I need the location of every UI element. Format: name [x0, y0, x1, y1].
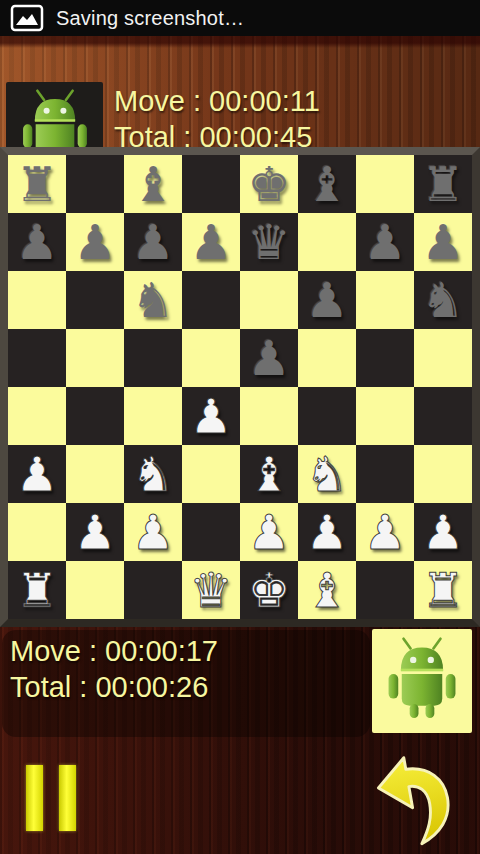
- square-d4[interactable]: ♟: [182, 387, 240, 445]
- piece-white-pawn: ♟: [15, 445, 58, 503]
- square-f7[interactable]: [298, 213, 356, 271]
- square-c3[interactable]: ♞: [124, 445, 182, 503]
- square-e5[interactable]: ♟: [240, 329, 298, 387]
- android-robot-icon: [378, 636, 466, 726]
- square-e3[interactable]: ♝: [240, 445, 298, 503]
- piece-black-knight: ♞: [131, 271, 174, 329]
- square-e6[interactable]: [240, 271, 298, 329]
- square-a6[interactable]: [8, 271, 66, 329]
- undo-arrow-icon: [378, 751, 458, 847]
- square-d1[interactable]: ♛: [182, 561, 240, 619]
- piece-white-pawn: ♟: [421, 503, 464, 561]
- square-g8[interactable]: [356, 155, 414, 213]
- chess-app-screen: Saving screenshot…: [0, 0, 480, 854]
- square-b4[interactable]: [66, 387, 124, 445]
- piece-white-pawn: ♟: [189, 387, 232, 445]
- pause-icon: [26, 765, 43, 831]
- square-f2[interactable]: ♟: [298, 503, 356, 561]
- black-move-timer: Move : 00:00:11: [114, 83, 320, 119]
- piece-black-king: ♚: [247, 155, 290, 213]
- square-g3[interactable]: [356, 445, 414, 503]
- piece-white-queen: ♛: [189, 561, 232, 619]
- square-e1[interactable]: ♚: [240, 561, 298, 619]
- piece-black-knight: ♞: [421, 271, 464, 329]
- piece-white-knight: ♞: [305, 445, 348, 503]
- piece-black-rook: ♜: [421, 155, 464, 213]
- piece-white-rook: ♜: [421, 561, 464, 619]
- white-total-timer: Total : 00:00:26: [10, 669, 218, 705]
- piece-black-pawn: ♟: [131, 213, 174, 271]
- piece-white-bishop: ♝: [247, 445, 290, 503]
- square-d6[interactable]: [182, 271, 240, 329]
- square-c6[interactable]: ♞: [124, 271, 182, 329]
- square-g6[interactable]: [356, 271, 414, 329]
- white-player-avatar-tile: [372, 629, 472, 733]
- piece-white-pawn: ♟: [305, 503, 348, 561]
- undo-button[interactable]: [378, 750, 458, 848]
- piece-black-pawn: ♟: [363, 213, 406, 271]
- square-b8[interactable]: [66, 155, 124, 213]
- pause-icon: [59, 765, 76, 831]
- square-e7[interactable]: ♛: [240, 213, 298, 271]
- white-player-panel: Move : 00:00:17 Total : 00:00:26: [0, 627, 480, 742]
- square-c5[interactable]: [124, 329, 182, 387]
- square-b5[interactable]: [66, 329, 124, 387]
- black-player-panel: Move : 00:00:11 Total : 00:00:45: [0, 36, 480, 147]
- square-d7[interactable]: ♟: [182, 213, 240, 271]
- square-a4[interactable]: [8, 387, 66, 445]
- status-bar-text: Saving screenshot…: [56, 7, 244, 30]
- square-f1[interactable]: ♝: [298, 561, 356, 619]
- square-a1[interactable]: ♜: [8, 561, 66, 619]
- square-g5[interactable]: [356, 329, 414, 387]
- piece-black-bishop: ♝: [305, 155, 348, 213]
- square-a7[interactable]: ♟: [8, 213, 66, 271]
- square-f4[interactable]: [298, 387, 356, 445]
- square-b3[interactable]: [66, 445, 124, 503]
- square-a3[interactable]: ♟: [8, 445, 66, 503]
- square-g7[interactable]: ♟: [356, 213, 414, 271]
- square-g4[interactable]: [356, 387, 414, 445]
- piece-black-pawn: ♟: [305, 271, 348, 329]
- piece-white-knight: ♞: [131, 445, 174, 503]
- square-f8[interactable]: ♝: [298, 155, 356, 213]
- square-e2[interactable]: ♟: [240, 503, 298, 561]
- square-c4[interactable]: [124, 387, 182, 445]
- piece-black-pawn: ♟: [247, 329, 290, 387]
- piece-black-pawn: ♟: [73, 213, 116, 271]
- square-h1[interactable]: ♜: [414, 561, 472, 619]
- piece-black-rook: ♜: [15, 155, 58, 213]
- pause-button[interactable]: [26, 765, 78, 831]
- square-h6[interactable]: ♞: [414, 271, 472, 329]
- square-h2[interactable]: ♟: [414, 503, 472, 561]
- piece-black-queen: ♛: [247, 213, 290, 271]
- piece-white-rook: ♜: [15, 561, 58, 619]
- square-g1[interactable]: [356, 561, 414, 619]
- square-f6[interactable]: ♟: [298, 271, 356, 329]
- square-h3[interactable]: [414, 445, 472, 503]
- square-c2[interactable]: ♟: [124, 503, 182, 561]
- square-d8[interactable]: [182, 155, 240, 213]
- piece-white-pawn: ♟: [247, 503, 290, 561]
- status-bar: Saving screenshot…: [0, 0, 480, 36]
- square-e8[interactable]: ♚: [240, 155, 298, 213]
- piece-black-pawn: ♟: [189, 213, 232, 271]
- square-c1[interactable]: [124, 561, 182, 619]
- white-timers: Move : 00:00:17 Total : 00:00:26: [10, 633, 218, 705]
- square-d5[interactable]: [182, 329, 240, 387]
- square-c7[interactable]: ♟: [124, 213, 182, 271]
- piece-white-pawn: ♟: [73, 503, 116, 561]
- square-a5[interactable]: [8, 329, 66, 387]
- game-controls: [0, 742, 480, 854]
- piece-white-bishop: ♝: [305, 561, 348, 619]
- square-b7[interactable]: ♟: [66, 213, 124, 271]
- piece-white-pawn: ♟: [363, 503, 406, 561]
- square-h4[interactable]: [414, 387, 472, 445]
- screenshot-image-icon: [10, 4, 44, 32]
- square-e4[interactable]: [240, 387, 298, 445]
- chess-board: ♜♝♚♝♜♟♟♟♟♛♟♟♞♟♞♟♟♟♞♝♞♟♟♟♟♟♟♜♛♚♝♜: [0, 147, 480, 627]
- square-d2[interactable]: [182, 503, 240, 561]
- square-h5[interactable]: [414, 329, 472, 387]
- square-c8[interactable]: ♝: [124, 155, 182, 213]
- piece-black-pawn: ♟: [15, 213, 58, 271]
- square-h7[interactable]: ♟: [414, 213, 472, 271]
- square-d3[interactable]: [182, 445, 240, 503]
- piece-black-pawn: ♟: [421, 213, 464, 271]
- square-b6[interactable]: [66, 271, 124, 329]
- square-g2[interactable]: ♟: [356, 503, 414, 561]
- piece-black-bishop: ♝: [131, 155, 174, 213]
- white-move-timer: Move : 00:00:17: [10, 633, 218, 669]
- square-b1[interactable]: [66, 561, 124, 619]
- square-f3[interactable]: ♞: [298, 445, 356, 503]
- square-h8[interactable]: ♜: [414, 155, 472, 213]
- piece-white-king: ♚: [247, 561, 290, 619]
- square-a2[interactable]: [8, 503, 66, 561]
- black-timers: Move : 00:00:11 Total : 00:00:45: [114, 83, 320, 155]
- square-b2[interactable]: ♟: [66, 503, 124, 561]
- piece-white-pawn: ♟: [131, 503, 174, 561]
- square-f5[interactable]: [298, 329, 356, 387]
- square-a8[interactable]: ♜: [8, 155, 66, 213]
